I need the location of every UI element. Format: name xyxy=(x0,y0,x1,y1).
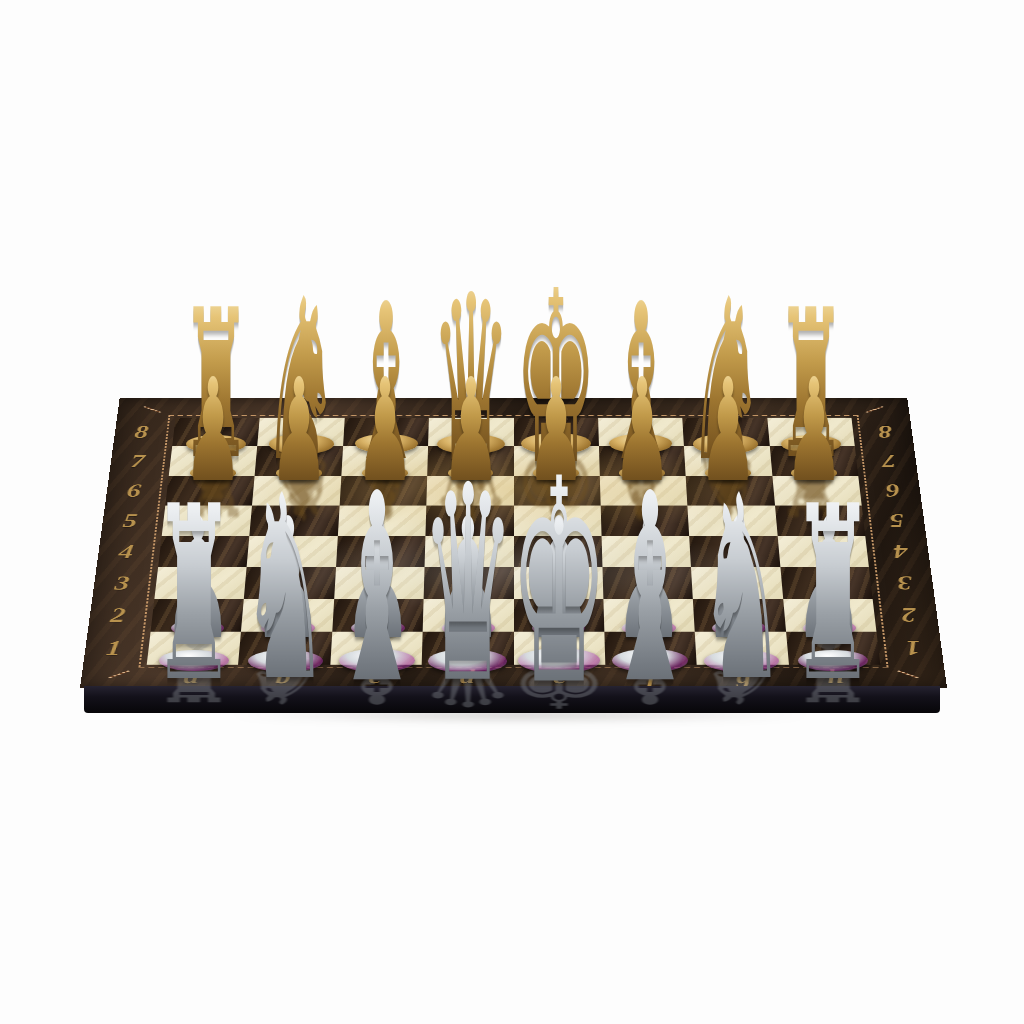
file-label-h: h xyxy=(826,666,845,687)
rank-label-right-4: 4 xyxy=(892,542,909,561)
chess-board: 1122334455667788abcdefgh xyxy=(80,398,947,688)
file-label-g: g xyxy=(735,666,751,687)
rank-label-right-1: 1 xyxy=(904,638,921,658)
rank-label-left-1: 1 xyxy=(105,638,122,658)
corner-tick-top-left xyxy=(143,406,162,412)
rank-label-left-7: 7 xyxy=(130,452,146,470)
stitch-border-frame xyxy=(138,415,888,667)
rank-label-right-7: 7 xyxy=(881,452,897,470)
rank-label-left-3: 3 xyxy=(114,573,131,593)
file-label-d: d xyxy=(460,666,475,687)
file-label-a: a xyxy=(183,666,200,687)
rank-label-right-5: 5 xyxy=(889,511,906,530)
rank-label-left-8: 8 xyxy=(133,423,149,441)
product-photo-scene: 1122334455667788abcdefgh ♜♞♝♛♚♝♞♜♟♟♟♟♟♟♟… xyxy=(0,0,1024,1024)
corner-tick-bottom-right xyxy=(897,670,919,678)
board-wood-border: 1122334455667788abcdefgh xyxy=(80,398,947,688)
file-label-f: f xyxy=(646,666,657,687)
rank-label-right-3: 3 xyxy=(896,573,913,593)
rank-label-right-8: 8 xyxy=(877,423,893,441)
corner-tick-top-right xyxy=(865,406,884,412)
board-front-edge xyxy=(84,686,940,713)
rank-label-left-2: 2 xyxy=(109,605,126,625)
rank-label-left-6: 6 xyxy=(126,481,142,499)
rank-label-left-5: 5 xyxy=(122,511,139,530)
file-label-b: b xyxy=(275,666,291,687)
rank-label-left-4: 4 xyxy=(118,542,135,561)
file-label-e: e xyxy=(553,666,567,687)
file-label-c: c xyxy=(368,666,382,687)
corner-tick-bottom-left xyxy=(108,670,130,678)
rank-label-right-2: 2 xyxy=(900,605,917,625)
rank-label-right-6: 6 xyxy=(885,481,901,499)
